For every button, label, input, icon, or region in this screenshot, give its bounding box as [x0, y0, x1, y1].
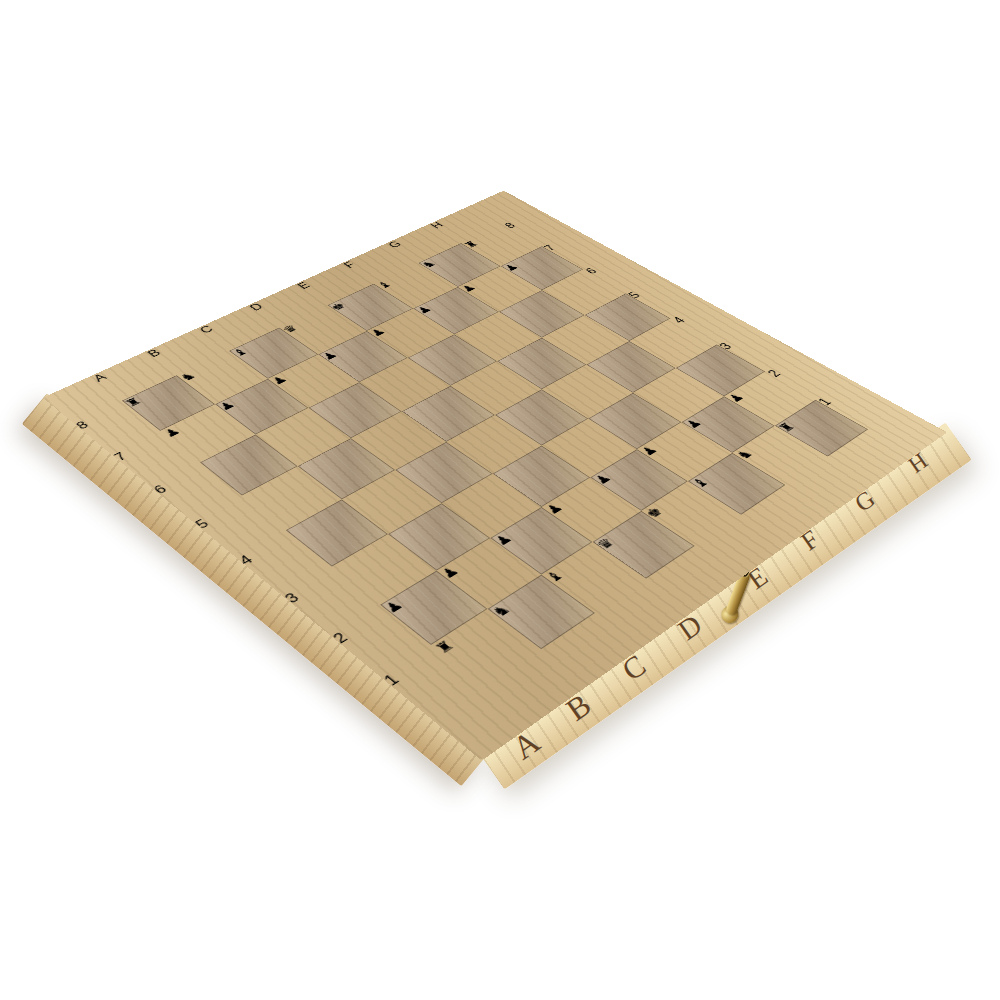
- white-pawn[interactable]: ♟: [637, 422, 696, 458]
- white-pawn[interactable]: ♟: [724, 372, 779, 405]
- rank-label-right-6-text: 6: [583, 267, 599, 276]
- rank-label-left-3-text: 3: [282, 591, 302, 606]
- rank-label-left-1-text: 1: [381, 672, 403, 688]
- rank-label-left-4-text: 4: [236, 553, 256, 567]
- rank-label-left-5-text: 5: [193, 517, 212, 530]
- chess-board: ABCDEFGH8♜♞♝♛♚♝♞♜87♟♟♟♟♟♟♟♟7665544332♟♟♟…: [43, 191, 947, 761]
- rank-label-left-2-text: 2: [330, 630, 351, 646]
- product-photo-stage: ABCDEFGH ABCDEFGH8♜♞♝♛♚♝♞♜87♟♟♟♟♟♟♟♟7665…: [0, 0, 1000, 1000]
- rank-label-right-5-text: 5: [626, 291, 643, 300]
- board-perspective-scene: ABCDEFGH8♜♞♝♛♚♝♞♜87♟♟♟♟♟♟♟♟7665544332♟♟♟…: [163, 83, 827, 747]
